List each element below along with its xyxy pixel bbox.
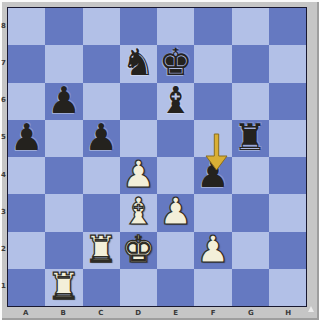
black-pawn: ♟ xyxy=(196,156,229,193)
square-d1[interactable] xyxy=(120,269,157,306)
square-e1[interactable] xyxy=(157,269,194,306)
square-e4[interactable] xyxy=(157,157,194,194)
square-f6[interactable] xyxy=(194,83,231,120)
file-label-h: H xyxy=(270,306,308,319)
square-c1[interactable] xyxy=(83,269,120,306)
rank-label-2: 2 xyxy=(0,231,7,268)
chess-board: ♞♚♟♝♟♟♜♟♟♝♟♜♚♟♜ xyxy=(7,7,307,307)
square-e3[interactable]: ♟ xyxy=(157,194,194,231)
square-h2[interactable] xyxy=(269,232,306,269)
square-g2[interactable] xyxy=(232,232,269,269)
black-rook: ♜ xyxy=(234,119,267,156)
square-d2[interactable]: ♚ xyxy=(120,232,157,269)
square-g7[interactable] xyxy=(232,45,269,82)
rank-label-4: 4 xyxy=(0,156,7,193)
file-label-b: B xyxy=(45,306,83,319)
white-pawn: ♟ xyxy=(159,193,192,230)
corner-grip-icon xyxy=(308,306,314,312)
black-knight: ♞ xyxy=(122,44,155,81)
chess-diagram-frame: ♞♚♟♝♟♟♜♟♟♝♟♜♚♟♜ 87654321 ABCDEFGH xyxy=(0,0,319,320)
square-a7[interactable] xyxy=(8,45,45,82)
square-h1[interactable] xyxy=(269,269,306,306)
square-a5[interactable]: ♟ xyxy=(8,120,45,157)
square-c8[interactable] xyxy=(83,8,120,45)
square-g8[interactable] xyxy=(232,8,269,45)
black-king: ♚ xyxy=(159,44,192,81)
file-label-a: A xyxy=(7,306,45,319)
rank-label-7: 7 xyxy=(0,44,7,81)
square-c7[interactable] xyxy=(83,45,120,82)
square-d7[interactable]: ♞ xyxy=(120,45,157,82)
square-b1[interactable]: ♜ xyxy=(45,269,82,306)
square-f8[interactable] xyxy=(194,8,231,45)
square-c4[interactable] xyxy=(83,157,120,194)
square-g3[interactable] xyxy=(232,194,269,231)
square-e8[interactable] xyxy=(157,8,194,45)
square-f3[interactable] xyxy=(194,194,231,231)
rank-label-5: 5 xyxy=(0,119,7,156)
square-h6[interactable] xyxy=(269,83,306,120)
square-c2[interactable]: ♜ xyxy=(83,232,120,269)
square-f2[interactable]: ♟ xyxy=(194,232,231,269)
white-pawn: ♟ xyxy=(196,231,229,268)
square-e5[interactable] xyxy=(157,120,194,157)
square-h5[interactable] xyxy=(269,120,306,157)
square-g6[interactable] xyxy=(232,83,269,120)
square-a6[interactable] xyxy=(8,83,45,120)
file-label-c: C xyxy=(82,306,120,319)
square-d8[interactable] xyxy=(120,8,157,45)
rank-labels: 87654321 xyxy=(0,7,7,305)
square-d5[interactable] xyxy=(120,120,157,157)
square-h4[interactable] xyxy=(269,157,306,194)
square-a2[interactable] xyxy=(8,232,45,269)
square-g5[interactable]: ♜ xyxy=(232,120,269,157)
square-c6[interactable] xyxy=(83,83,120,120)
square-c5[interactable]: ♟ xyxy=(83,120,120,157)
square-e2[interactable] xyxy=(157,232,194,269)
rank-label-3: 3 xyxy=(0,193,7,230)
square-b5[interactable] xyxy=(45,120,82,157)
square-g1[interactable] xyxy=(232,269,269,306)
square-h3[interactable] xyxy=(269,194,306,231)
file-label-g: G xyxy=(232,306,270,319)
file-label-e: E xyxy=(157,306,195,319)
square-h7[interactable] xyxy=(269,45,306,82)
black-pawn: ♟ xyxy=(85,119,118,156)
square-b4[interactable] xyxy=(45,157,82,194)
square-c3[interactable] xyxy=(83,194,120,231)
square-h8[interactable] xyxy=(269,8,306,45)
square-f4[interactable]: ♟ xyxy=(194,157,231,194)
square-f5[interactable] xyxy=(194,120,231,157)
square-d3[interactable]: ♝ xyxy=(120,194,157,231)
square-d4[interactable]: ♟ xyxy=(120,157,157,194)
rank-label-6: 6 xyxy=(0,82,7,119)
square-a8[interactable] xyxy=(8,8,45,45)
white-rook: ♜ xyxy=(47,268,80,305)
white-rook: ♜ xyxy=(85,231,118,268)
square-a1[interactable] xyxy=(8,269,45,306)
file-labels: ABCDEFGH xyxy=(7,306,307,319)
square-e7[interactable]: ♚ xyxy=(157,45,194,82)
square-a4[interactable] xyxy=(8,157,45,194)
square-e6[interactable]: ♝ xyxy=(157,83,194,120)
square-b8[interactable] xyxy=(45,8,82,45)
rank-label-1: 1 xyxy=(0,268,7,305)
square-f1[interactable] xyxy=(194,269,231,306)
square-g4[interactable] xyxy=(232,157,269,194)
black-pawn: ♟ xyxy=(47,82,80,119)
square-a3[interactable] xyxy=(8,194,45,231)
white-pawn: ♟ xyxy=(122,156,155,193)
white-king: ♚ xyxy=(122,231,155,268)
square-d6[interactable] xyxy=(120,83,157,120)
square-b7[interactable] xyxy=(45,45,82,82)
square-b6[interactable]: ♟ xyxy=(45,83,82,120)
file-label-f: F xyxy=(195,306,233,319)
white-bishop: ♝ xyxy=(122,193,155,230)
black-bishop: ♝ xyxy=(159,82,192,119)
file-label-d: D xyxy=(120,306,158,319)
black-pawn: ♟ xyxy=(10,119,43,156)
rank-label-8: 8 xyxy=(0,7,7,44)
square-f7[interactable] xyxy=(194,45,231,82)
square-b3[interactable] xyxy=(45,194,82,231)
square-b2[interactable] xyxy=(45,232,82,269)
